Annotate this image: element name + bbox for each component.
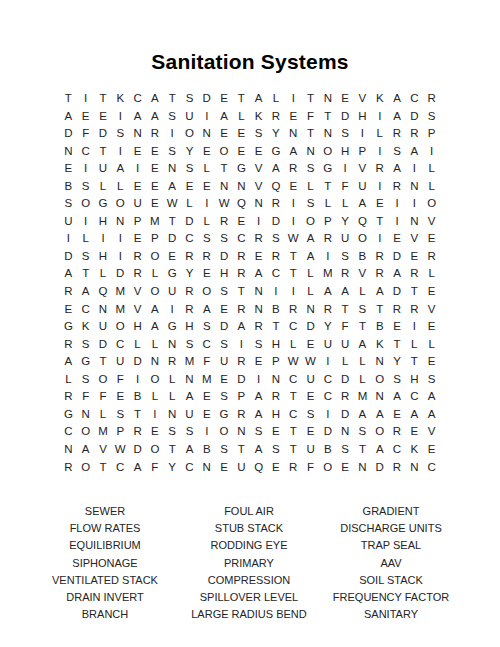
grid-cell: I xyxy=(371,178,388,196)
grid-cell: L xyxy=(198,213,215,231)
grid-cell: E xyxy=(267,458,284,476)
grid-cell: S xyxy=(267,230,284,248)
grid-cell: E xyxy=(250,248,267,266)
grid-cell: D xyxy=(215,248,232,266)
grid-cell: F xyxy=(198,353,215,371)
grid-cell: I xyxy=(406,160,423,178)
grid-cell: S xyxy=(250,336,267,354)
grid-cell: B xyxy=(198,441,215,459)
grid-cell: I xyxy=(129,160,146,178)
grid-cell: S xyxy=(181,336,198,354)
grid-cell: D xyxy=(267,213,284,231)
grid-cell: D xyxy=(94,125,111,143)
word-list-item: BRANCH xyxy=(35,606,175,623)
grid-cell: D xyxy=(302,318,319,336)
grid-cell: U xyxy=(94,160,111,178)
grid-cell: A xyxy=(146,90,163,108)
grid-cell: O xyxy=(112,318,129,336)
grid-cell: I xyxy=(267,283,284,301)
grid-cell: C xyxy=(285,318,302,336)
grid-cell: P xyxy=(233,388,250,406)
grid-cell: H xyxy=(406,371,423,389)
grid-cell: B xyxy=(60,178,77,196)
grid-cell: I xyxy=(112,230,129,248)
grid-cell: I xyxy=(112,143,129,161)
grid-cell: R xyxy=(388,301,405,319)
grid-cell: T xyxy=(233,90,250,108)
grid-cell: T xyxy=(94,90,111,108)
grid-cell: U xyxy=(164,283,181,301)
grid-cell: U xyxy=(94,318,111,336)
grid-cell: O xyxy=(94,371,111,389)
grid-cell: S xyxy=(215,336,232,354)
grid-cell: A xyxy=(354,195,371,213)
grid-cell: C xyxy=(181,230,198,248)
grid-cell: A xyxy=(164,178,181,196)
grid-cell: E xyxy=(198,406,215,424)
grid-cell: P xyxy=(423,125,440,143)
grid-cell: K xyxy=(250,108,267,126)
grid-cell: N xyxy=(146,353,163,371)
grid-cell: E xyxy=(112,388,129,406)
grid-cell: A xyxy=(146,318,163,336)
grid-cell: F xyxy=(336,318,353,336)
grid-cell: O xyxy=(146,248,163,266)
grid-cell: O xyxy=(371,371,388,389)
grid-cell: D xyxy=(198,90,215,108)
grid-cell: S xyxy=(198,230,215,248)
grid-cell: N xyxy=(129,125,146,143)
grid-cell: T xyxy=(319,178,336,196)
grid-cell: E xyxy=(233,213,250,231)
grid-cell: L xyxy=(336,353,353,371)
grid-cell: C xyxy=(77,301,94,319)
grid-cell: A xyxy=(388,265,405,283)
grid-cell: R xyxy=(388,125,405,143)
grid-cell: A xyxy=(319,283,336,301)
grid-cell: L xyxy=(406,336,423,354)
grid-cell: L xyxy=(302,283,319,301)
grid-cell: I xyxy=(406,195,423,213)
grid-cell: A xyxy=(406,143,423,161)
grid-cell: I xyxy=(94,230,111,248)
grid-cell: R xyxy=(233,301,250,319)
grid-cell: E xyxy=(198,265,215,283)
grid-cell: D xyxy=(94,336,111,354)
grid-cell: O xyxy=(77,458,94,476)
grid-cell: I xyxy=(319,406,336,424)
grid-cell: H xyxy=(94,248,111,266)
grid-cell: I xyxy=(371,143,388,161)
grid-cell: T xyxy=(60,90,77,108)
grid-cell: U xyxy=(112,353,129,371)
grid-cell: S xyxy=(164,143,181,161)
grid-cell: I xyxy=(233,336,250,354)
grid-cell: T xyxy=(302,90,319,108)
grid-cell: K xyxy=(371,90,388,108)
grid-cell: U xyxy=(233,458,250,476)
grid-cell: T xyxy=(94,353,111,371)
grid-cell: I xyxy=(198,423,215,441)
grid-cell: R xyxy=(181,301,198,319)
grid-cell: G xyxy=(60,318,77,336)
page-title: Sanitation Systems xyxy=(0,50,500,74)
grid-cell: N xyxy=(319,90,336,108)
grid-cell: C xyxy=(319,371,336,389)
word-column-2: FOUL AIRSTUB STACKRODDING EYEPRIMARYCOMP… xyxy=(179,503,319,623)
grid-cell: P xyxy=(146,230,163,248)
grid-cell: N xyxy=(181,371,198,389)
grid-cell: U xyxy=(336,336,353,354)
grid-cell: I xyxy=(250,213,267,231)
grid-cell: S xyxy=(336,125,353,143)
grid-cell: N xyxy=(233,178,250,196)
grid-cell: N xyxy=(267,371,284,389)
grid-cell: H xyxy=(129,318,146,336)
grid-cell: O xyxy=(423,195,440,213)
grid-cell: L xyxy=(319,195,336,213)
grid-cell: C xyxy=(285,406,302,424)
grid-cell: E xyxy=(423,441,440,459)
grid-cell: L xyxy=(354,371,371,389)
grid-cell: R xyxy=(388,423,405,441)
grid-cell: S xyxy=(267,441,284,459)
grid-cell: R xyxy=(250,318,267,336)
grid-cell: N xyxy=(60,143,77,161)
grid-cell: L xyxy=(354,353,371,371)
grid-cell: A xyxy=(250,406,267,424)
grid-cell: T xyxy=(285,248,302,266)
grid-cell: G xyxy=(164,318,181,336)
word-list-item: FOUL AIR xyxy=(179,503,319,520)
grid-cell: A xyxy=(181,441,198,459)
grid-cell: C xyxy=(319,388,336,406)
grid-cell: F xyxy=(77,125,94,143)
grid-cell: S xyxy=(181,160,198,178)
grid-cell: N xyxy=(371,353,388,371)
grid-cell: U xyxy=(302,441,319,459)
grid-cell: B xyxy=(319,441,336,459)
grid-cell: E xyxy=(198,388,215,406)
grid-cell: T xyxy=(164,90,181,108)
grid-cell: V xyxy=(354,160,371,178)
grid-cell: S xyxy=(423,108,440,126)
word-list-item: TRAP SEAL xyxy=(321,537,461,554)
grid-cell: R xyxy=(164,353,181,371)
grid-cell: R xyxy=(181,283,198,301)
grid-cell: E xyxy=(267,423,284,441)
grid-cell: E xyxy=(336,458,353,476)
grid-cell: R xyxy=(198,248,215,266)
grid-cell: I xyxy=(129,371,146,389)
grid-cell: R xyxy=(423,90,440,108)
grid-cell: L xyxy=(423,160,440,178)
grid-cell: A xyxy=(267,160,284,178)
grid-cell: A xyxy=(388,90,405,108)
word-list-item: SEWER xyxy=(35,503,175,520)
grid-cell: R xyxy=(250,230,267,248)
grid-cell: S xyxy=(77,371,94,389)
grid-cell: A xyxy=(146,301,163,319)
grid-cell: Y xyxy=(267,125,284,143)
grid-cell: I xyxy=(423,143,440,161)
word-list-item: SPILLOVER LEVEL xyxy=(179,589,319,606)
grid-cell: I xyxy=(146,406,163,424)
grid-cell: C xyxy=(406,388,423,406)
grid-cell: Y xyxy=(336,213,353,231)
grid-cell: E xyxy=(423,318,440,336)
word-list-item: FLOW RATES xyxy=(35,520,175,537)
grid-cell: A xyxy=(423,388,440,406)
word-list-item: RODDING EYE xyxy=(179,537,319,554)
grid-cell: R xyxy=(267,388,284,406)
grid-cell: A xyxy=(354,406,371,424)
grid-cell: I xyxy=(285,283,302,301)
grid-cell: A xyxy=(129,458,146,476)
grid-cell: R xyxy=(406,125,423,143)
grid-cell: C xyxy=(198,336,215,354)
grid-cell: A xyxy=(146,108,163,126)
grid-cell: V xyxy=(406,230,423,248)
word-list-item: SANITARY xyxy=(321,606,461,623)
grid-cell: E xyxy=(198,143,215,161)
grid-cell: I xyxy=(319,353,336,371)
word-column-1: SEWERFLOW RATESEQUILIBRIUMSIPHONAGEVENTI… xyxy=(35,503,175,623)
grid-cell: A xyxy=(60,265,77,283)
grid-cell: C xyxy=(406,90,423,108)
grid-cell: I xyxy=(198,108,215,126)
grid-cell: G xyxy=(60,406,77,424)
grid-cell: T xyxy=(233,441,250,459)
grid-cell: H xyxy=(354,108,371,126)
grid-cell: T xyxy=(164,441,181,459)
grid-cell: A xyxy=(388,108,405,126)
grid-cell: R xyxy=(285,160,302,178)
grid-cell: A xyxy=(250,90,267,108)
grid-cell: E xyxy=(388,318,405,336)
grid-cell: A xyxy=(250,265,267,283)
grid-cell: R xyxy=(60,388,77,406)
grid-cell: N xyxy=(198,125,215,143)
grid-cell: N xyxy=(406,213,423,231)
grid-cell: B xyxy=(129,388,146,406)
grid-cell: K xyxy=(112,90,129,108)
grid-cell: R xyxy=(267,248,284,266)
grid-cell: I xyxy=(112,248,129,266)
grid-cell: Y xyxy=(319,318,336,336)
grid-cell: R xyxy=(388,458,405,476)
grid-cell: R xyxy=(371,265,388,283)
grid-cell: Q xyxy=(267,178,284,196)
grid-cell: R xyxy=(406,265,423,283)
grid-cell: L xyxy=(302,178,319,196)
grid-cell: R xyxy=(129,248,146,266)
grid-cell: E xyxy=(215,371,232,389)
grid-cell: A xyxy=(302,248,319,266)
grid-cell: E xyxy=(60,160,77,178)
grid-cell: M xyxy=(112,283,129,301)
grid-cell: F xyxy=(302,108,319,126)
grid-cell: C xyxy=(233,230,250,248)
grid-cell: V xyxy=(250,160,267,178)
grid-cell: L xyxy=(354,283,371,301)
grid-cell: C xyxy=(129,90,146,108)
puzzle-page: Sanitation Systems TITKCATSDETALITNEVKAC… xyxy=(0,0,500,647)
grid-cell: L xyxy=(112,178,129,196)
grid-cell: V xyxy=(423,423,440,441)
grid-cell: L xyxy=(164,371,181,389)
word-list-item: STUB STACK xyxy=(179,520,319,537)
grid-cell: D xyxy=(112,265,129,283)
grid-cell: E xyxy=(406,423,423,441)
grid-cell: A xyxy=(388,160,405,178)
grid-cell: L xyxy=(423,336,440,354)
grid-cell: U xyxy=(319,336,336,354)
grid-cell: G xyxy=(267,143,284,161)
grid-cell: E xyxy=(302,388,319,406)
grid-cell: M xyxy=(112,301,129,319)
grid-cell: E xyxy=(146,143,163,161)
grid-cell: C xyxy=(423,458,440,476)
grid-cell: T xyxy=(129,406,146,424)
grid-cell: A xyxy=(129,108,146,126)
grid-cell: C xyxy=(388,441,405,459)
grid-cell: S xyxy=(215,388,232,406)
grid-cell: L xyxy=(267,90,284,108)
grid-cell: Y xyxy=(181,265,198,283)
grid-cell: T xyxy=(371,213,388,231)
grid-cell: D xyxy=(336,108,353,126)
grid-cell: O xyxy=(371,423,388,441)
grid-cell: V xyxy=(423,213,440,231)
grid-cell: L xyxy=(94,265,111,283)
grid-cell: A xyxy=(233,318,250,336)
grid-cell: O xyxy=(146,441,163,459)
grid-cell: I xyxy=(388,213,405,231)
grid-cell: I xyxy=(371,108,388,126)
grid-cell: R xyxy=(60,458,77,476)
grid-cell: U xyxy=(129,195,146,213)
grid-cell: F xyxy=(336,178,353,196)
grid-cell: U xyxy=(215,353,232,371)
grid-cell: S xyxy=(388,143,405,161)
grid-cell: E xyxy=(423,353,440,371)
grid-cell: L xyxy=(336,195,353,213)
grid-cell: N xyxy=(354,458,371,476)
grid-cell: R xyxy=(319,301,336,319)
grid-cell: T xyxy=(406,283,423,301)
grid-cell: P xyxy=(354,143,371,161)
grid-cell: S xyxy=(250,125,267,143)
grid-cell: H xyxy=(215,265,232,283)
grid-cell: S xyxy=(302,406,319,424)
grid-cell: H xyxy=(181,318,198,336)
grid-cell: Y xyxy=(388,353,405,371)
grid-cell: R xyxy=(129,265,146,283)
grid-cell: S xyxy=(164,423,181,441)
grid-cell: M xyxy=(354,388,371,406)
grid-cell: S xyxy=(181,423,198,441)
grid-cell: N xyxy=(198,458,215,476)
grid-cell: L xyxy=(94,406,111,424)
grid-cell: A xyxy=(112,160,129,178)
grid-cell: F xyxy=(112,371,129,389)
grid-cell: E xyxy=(181,178,198,196)
grid-cell: S xyxy=(423,371,440,389)
word-list: SEWERFLOW RATESEQUILIBRIUMSIPHONAGEVENTI… xyxy=(0,503,500,623)
grid-cell: N xyxy=(319,125,336,143)
grid-cell: E xyxy=(388,230,405,248)
grid-cell: D xyxy=(60,248,77,266)
grid-cell: O xyxy=(146,283,163,301)
grid-cell: S xyxy=(336,441,353,459)
grid-cell: N xyxy=(302,143,319,161)
grid-cell: E xyxy=(233,125,250,143)
grid-cell: T xyxy=(354,318,371,336)
grid-cell: U xyxy=(302,371,319,389)
grid-cell: U xyxy=(336,230,353,248)
grid-cell: A xyxy=(285,143,302,161)
grid-cell: A xyxy=(181,388,198,406)
grid-cell: R xyxy=(181,248,198,266)
grid-cell: T xyxy=(77,265,94,283)
grid-cell: I xyxy=(371,230,388,248)
grid-cell: S xyxy=(388,371,405,389)
grid-cell: I xyxy=(112,108,129,126)
grid-cell: K xyxy=(371,336,388,354)
grid-cell: R xyxy=(371,160,388,178)
grid-cell: R xyxy=(233,248,250,266)
grid-cell: N xyxy=(250,283,267,301)
grid-cell: N xyxy=(371,388,388,406)
grid-cell: E xyxy=(302,336,319,354)
grid-cell: I xyxy=(336,160,353,178)
grid-cell: B xyxy=(371,318,388,336)
grid-cell: I xyxy=(285,213,302,231)
grid-cell: T xyxy=(285,388,302,406)
word-list-item: PRIMARY xyxy=(179,555,319,572)
grid-cell: T xyxy=(371,301,388,319)
word-list-item: GRADIENT xyxy=(321,503,461,520)
grid-cell: S xyxy=(77,248,94,266)
grid-cell: O xyxy=(354,230,371,248)
grid-cell: V xyxy=(423,301,440,319)
grid-cell: K xyxy=(406,441,423,459)
word-list-item: EQUILIBRIUM xyxy=(35,537,175,554)
grid-cell: C xyxy=(112,458,129,476)
grid-cell: T xyxy=(388,336,405,354)
grid-cell: A xyxy=(371,406,388,424)
grid-cell: E xyxy=(146,178,163,196)
grid-cell: E xyxy=(129,230,146,248)
grid-cell: I xyxy=(198,195,215,213)
grid-cell: N xyxy=(250,195,267,213)
grid-cell: N xyxy=(164,160,181,178)
grid-cell: R xyxy=(129,423,146,441)
grid-cell: I xyxy=(77,90,94,108)
grid-cell: S xyxy=(112,406,129,424)
grid-cell: R xyxy=(60,336,77,354)
grid-cell: E xyxy=(336,90,353,108)
grid-cell: G xyxy=(94,195,111,213)
grid-cell: N xyxy=(285,125,302,143)
grid-cell: R xyxy=(233,406,250,424)
grid-cell: I xyxy=(77,160,94,178)
grid-cell: T xyxy=(354,441,371,459)
grid-cell: T xyxy=(285,441,302,459)
grid-cell: E xyxy=(215,90,232,108)
grid-cell: I xyxy=(285,195,302,213)
